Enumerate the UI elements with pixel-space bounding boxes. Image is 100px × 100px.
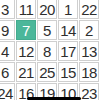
grid-cell-r0c1[interactable]: 11 bbox=[16, 0, 36, 19]
grid-cell-r0c2[interactable]: 20 bbox=[37, 0, 57, 19]
grid-cell-r3c0[interactable]: 6 bbox=[0, 62, 15, 82]
grid-cell-r1c2[interactable]: 5 bbox=[37, 20, 57, 40]
grid-cell-r2c1[interactable]: 12 bbox=[16, 41, 36, 61]
grid-cell-r3c4[interactable]: 18 bbox=[79, 62, 99, 82]
grid-cell-r2c0[interactable]: 4 bbox=[0, 41, 15, 61]
grid-cell-r3c1[interactable]: 21 bbox=[16, 62, 36, 82]
home-indicator-bar[interactable] bbox=[27, 97, 81, 100]
grid-cell-r1c1[interactable]: 7 bbox=[16, 20, 36, 40]
screen: 3112012297514241281713621251518241619102… bbox=[0, 0, 100, 100]
grid-cell-r1c4[interactable]: 2 bbox=[79, 20, 99, 40]
grid-cell-r2c2[interactable]: 8 bbox=[37, 41, 57, 61]
grid-cell-r0c0[interactable]: 3 bbox=[0, 0, 15, 19]
grid-cell-r2c4[interactable]: 13 bbox=[79, 41, 99, 61]
grid-cell-r0c3[interactable]: 1 bbox=[58, 0, 78, 19]
grid-cell-r1c0[interactable]: 9 bbox=[0, 20, 15, 40]
grid-cell-r2c3[interactable]: 17 bbox=[58, 41, 78, 61]
grid-cell-r3c3[interactable]: 15 bbox=[58, 62, 78, 82]
grid-cell-r0c4[interactable]: 22 bbox=[79, 0, 99, 19]
grid-cell-r3c2[interactable]: 25 bbox=[37, 62, 57, 82]
number-grid: 3112012297514241281713621251518241619102… bbox=[0, 0, 99, 100]
grid-cell-r4c0[interactable]: 24 bbox=[0, 83, 15, 100]
grid-cell-r1c3[interactable]: 14 bbox=[58, 20, 78, 40]
grid-cell-r4c4[interactable]: 23 bbox=[79, 83, 99, 100]
